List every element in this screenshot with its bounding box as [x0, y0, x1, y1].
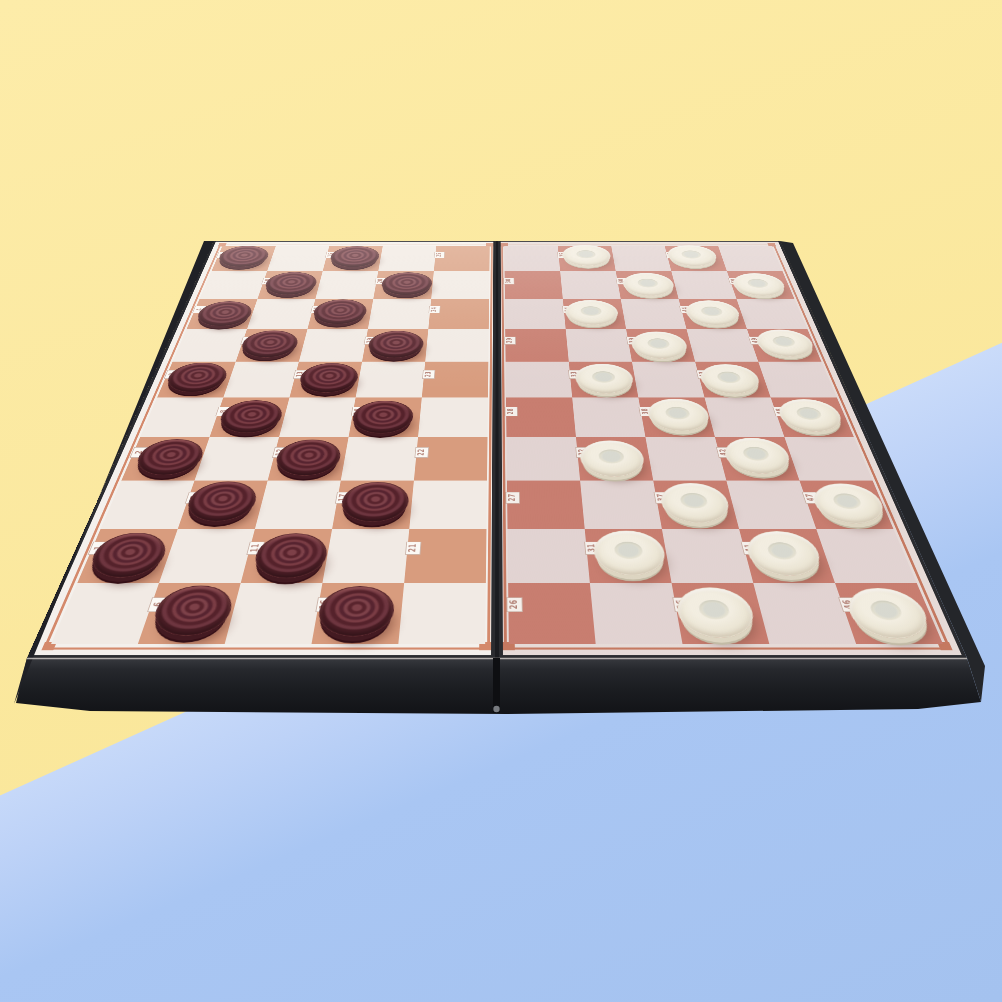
light-square — [173, 329, 248, 362]
square-7[interactable]: 7 — [178, 481, 268, 529]
square-28[interactable]: 28 — [506, 397, 576, 436]
square-22[interactable]: 22 — [414, 437, 488, 481]
square-13[interactable]: 13 — [289, 362, 362, 398]
light-square — [315, 271, 378, 299]
draughts-man-light-sq38[interactable] — [645, 399, 712, 432]
draughts-man-dark-sq16[interactable] — [315, 586, 397, 636]
square-34[interactable]: 34 — [563, 299, 626, 329]
draughts-man-light-sq36[interactable] — [673, 587, 759, 637]
square-12[interactable]: 12 — [268, 437, 349, 481]
light-square — [418, 397, 488, 436]
light-square — [225, 583, 323, 644]
draughts-man-dark-sq2[interactable] — [131, 439, 208, 475]
light-square — [506, 437, 580, 481]
square-25[interactable]: 25 — [434, 246, 490, 271]
draughts-man-dark-sq13[interactable] — [297, 363, 361, 393]
draughts-man-dark-sq10[interactable] — [262, 272, 319, 295]
draughts-man-light-sq33[interactable] — [574, 364, 635, 394]
square-number-tag: 24 — [429, 306, 441, 313]
light-square — [247, 299, 315, 329]
square-21[interactable]: 21 — [404, 529, 486, 583]
draughts-man-light-sq46[interactable] — [841, 588, 935, 639]
square-number-tag: 25 — [434, 252, 445, 258]
square-26[interactable]: 26 — [508, 583, 596, 644]
square-31[interactable]: 31 — [585, 529, 672, 583]
draughts-man-light-sq50[interactable] — [729, 273, 788, 296]
square-number-tag: 28 — [505, 407, 518, 417]
light-square — [322, 529, 409, 583]
light-square — [398, 583, 486, 644]
light-square — [686, 329, 758, 362]
light-square — [572, 397, 645, 436]
square-39[interactable]: 39 — [626, 329, 695, 362]
draughts-man-dark-sq14[interactable] — [311, 299, 369, 324]
draughts-man-dark-sq8[interactable] — [216, 400, 286, 433]
square-number-tag: 21 — [405, 541, 421, 554]
draughts-man-light-sq41[interactable] — [742, 531, 826, 576]
light-square — [566, 329, 632, 362]
square-23[interactable]: 23 — [422, 362, 489, 398]
square-45[interactable]: 45 — [665, 246, 727, 271]
square-17[interactable]: 17 — [332, 481, 414, 529]
board-3d-scene: 5152510204142491931323818212227171112161… — [0, 0, 1002, 1002]
board-right-leaf[interactable]: 3545304050344429394933432838483242273747… — [498, 241, 967, 658]
square-24[interactable]: 24 — [428, 299, 489, 329]
light-square — [580, 481, 662, 529]
draughts-man-light-sq47[interactable] — [808, 483, 890, 523]
draughts-man-dark-sq9[interactable] — [238, 330, 301, 357]
square-33[interactable]: 33 — [569, 362, 639, 398]
light-square — [409, 481, 487, 529]
light-square — [356, 362, 426, 398]
draughts-man-dark-sq19[interactable] — [366, 331, 424, 358]
draughts-man-dark-sq12[interactable] — [272, 440, 343, 476]
draughts-man-dark-sq6[interactable] — [148, 586, 238, 636]
draughts-man-dark-sq1[interactable] — [84, 533, 172, 578]
draughts-man-light-sq44[interactable] — [683, 300, 743, 325]
light-square — [299, 329, 368, 362]
square-5[interactable]: 5 — [212, 246, 276, 271]
draughts-man-light-sq39[interactable] — [629, 331, 690, 358]
square-48[interactable]: 48 — [771, 397, 854, 436]
draughts-man-dark-sq5[interactable] — [215, 246, 271, 267]
light-square — [223, 362, 299, 398]
draughts-man-dark-sq3[interactable] — [162, 363, 231, 393]
square-number-tag: 22 — [414, 447, 429, 458]
square-44[interactable]: 44 — [679, 299, 747, 329]
square-37[interactable]: 37 — [653, 481, 739, 529]
light-square — [431, 271, 489, 299]
square-49[interactable]: 49 — [747, 329, 822, 362]
light-square — [506, 362, 573, 398]
light-square — [671, 271, 736, 299]
square-16[interactable]: 16 — [311, 583, 404, 644]
light-square — [645, 437, 726, 481]
light-square — [784, 437, 872, 481]
square-30[interactable]: 30 — [505, 271, 563, 299]
product-photo-scene: 5152510204142491931323818212227171112161… — [0, 0, 1002, 1002]
light-square — [504, 246, 560, 271]
light-square — [425, 329, 489, 362]
square-14[interactable]: 14 — [308, 299, 374, 329]
square-18[interactable]: 18 — [349, 397, 422, 436]
light-square — [718, 246, 782, 271]
light-square — [758, 362, 837, 398]
draughts-man-dark-sq7[interactable] — [182, 481, 261, 521]
square-number-tag: 26 — [506, 597, 522, 612]
light-square — [816, 529, 916, 583]
light-square — [368, 299, 431, 329]
draughts-man-light-sq43[interactable] — [697, 364, 763, 394]
square-4[interactable]: 4 — [187, 299, 258, 329]
light-square — [632, 362, 705, 398]
draughts-man-dark-sq15[interactable] — [328, 246, 381, 267]
square-36[interactable]: 36 — [672, 583, 770, 644]
draughts-man-dark-sq20[interactable] — [380, 272, 433, 295]
light-square — [505, 299, 566, 329]
square-number-tag: 29 — [504, 336, 516, 344]
light-square — [200, 271, 267, 299]
draughts-man-light-sq31[interactable] — [592, 531, 668, 576]
board-left-leaf[interactable]: 5152510204142491931323818212227171112161… — [27, 241, 496, 658]
square-50[interactable]: 50 — [727, 271, 794, 299]
draughts-man-dark-sq11[interactable] — [250, 533, 330, 578]
draughts-man-light-sq40[interactable] — [621, 273, 676, 296]
square-11[interactable]: 11 — [241, 529, 332, 583]
square-35[interactable]: 35 — [558, 246, 616, 271]
draughts-man-light-sq34[interactable] — [564, 300, 620, 325]
draughts-man-light-sq48[interactable] — [774, 399, 847, 432]
draughts-man-light-sq32[interactable] — [579, 440, 647, 476]
light-square — [255, 481, 341, 529]
light-square — [621, 299, 687, 329]
draughts-man-dark-sq17[interactable] — [339, 482, 411, 522]
square-20[interactable]: 20 — [373, 271, 434, 299]
light-square — [195, 437, 280, 481]
square-number-tag: 27 — [505, 492, 520, 504]
square-47[interactable]: 47 — [799, 481, 893, 529]
square-29[interactable]: 29 — [505, 329, 569, 362]
square-19[interactable]: 19 — [362, 329, 428, 362]
square-9[interactable]: 9 — [236, 329, 308, 362]
light-square — [267, 246, 329, 271]
draughts-man-light-sq35[interactable] — [561, 245, 612, 266]
square-10[interactable]: 10 — [258, 271, 323, 299]
light-square — [611, 246, 671, 271]
square-27[interactable]: 27 — [507, 481, 585, 529]
light-square — [662, 529, 753, 583]
square-40[interactable]: 40 — [616, 271, 679, 299]
draughts-man-light-sq49[interactable] — [753, 329, 818, 356]
draughts-man-light-sq42[interactable] — [721, 438, 795, 474]
draughts-man-dark-sq18[interactable] — [350, 401, 415, 434]
square-number-tag: 23 — [422, 370, 435, 379]
square-32[interactable]: 32 — [576, 437, 653, 481]
draughts-man-light-sq45[interactable] — [665, 245, 719, 266]
light-square — [736, 299, 807, 329]
light-square — [279, 397, 356, 436]
light-square — [590, 583, 683, 644]
square-38[interactable]: 38 — [638, 397, 715, 436]
light-square — [560, 271, 621, 299]
draughts-board[interactable]: 5152510204142491931323818212227171112161… — [27, 241, 967, 658]
light-square — [508, 529, 590, 583]
square-number-tag: 30 — [503, 278, 514, 285]
square-15[interactable]: 15 — [323, 246, 383, 271]
draughts-man-light-sq37[interactable] — [658, 483, 733, 523]
light-square — [341, 437, 418, 481]
square-8[interactable]: 8 — [210, 397, 290, 436]
light-square — [378, 246, 436, 271]
